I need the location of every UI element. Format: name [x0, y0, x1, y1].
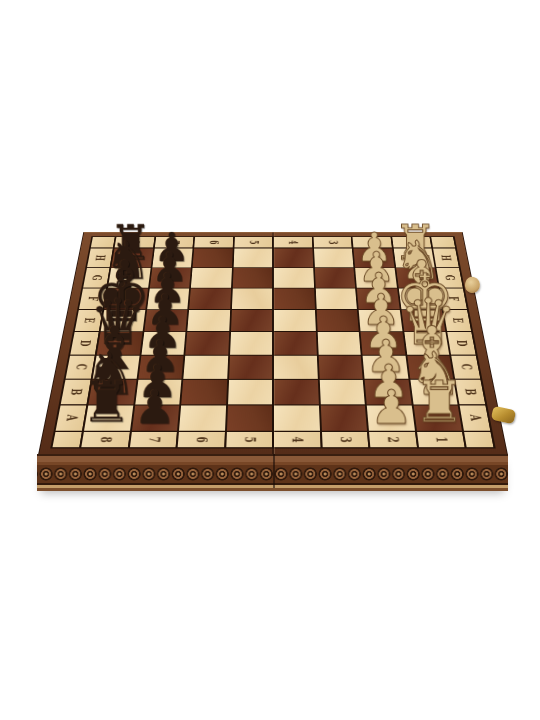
square-c8: ♝	[93, 355, 139, 378]
square-d3	[317, 332, 360, 354]
coord-label-left-d: D	[77, 340, 92, 346]
white-pawn-a2: ♟	[371, 383, 413, 430]
square-h1: ♜	[393, 248, 434, 267]
coord-cell-top-3: 3	[313, 237, 352, 248]
coord-cell-right-f: F	[440, 288, 467, 308]
square-e7: ♟	[144, 310, 187, 331]
square-g4	[274, 268, 314, 288]
coord-cell-bottom-1: 1	[417, 432, 465, 447]
square-b2: ♟	[365, 380, 412, 404]
square-c1: ♝	[407, 355, 453, 378]
coord-label-right-h: H	[439, 255, 452, 261]
coord-label-top-5: 5	[247, 240, 259, 244]
board-fold-seam	[272, 232, 274, 454]
coord-label-top-4: 4	[287, 240, 299, 244]
coord-label-right-e: E	[450, 318, 464, 323]
square-h7: ♟	[152, 248, 193, 267]
coord-label-bottom-1: 1	[433, 437, 449, 443]
square-a5	[226, 405, 272, 431]
coord-label-top-6: 6	[207, 240, 219, 244]
square-f1: ♝	[398, 288, 441, 308]
chess-board: 87654321 HGFEDCBA ♜♟♟♜♞♟♟♞♝♟♟♝♚♟♟♚♛♟♟♛♝♟…	[38, 232, 508, 455]
coord-cell-right-h: H	[433, 248, 459, 267]
square-h2: ♟	[353, 248, 394, 267]
square-d8: ♛	[97, 332, 142, 354]
coord-cell-left-g: G	[83, 268, 109, 288]
square-g7: ♟	[149, 268, 190, 288]
coord-label-left-b: B	[68, 388, 83, 395]
square-b6	[181, 380, 226, 404]
black-pawn-a7: ♟	[133, 383, 175, 430]
square-b3	[319, 380, 364, 404]
square-a8: ♜	[84, 405, 133, 431]
coord-cell-bottom-2: 2	[369, 432, 417, 447]
square-c7: ♟	[138, 355, 183, 378]
coord-cell-right-d: D	[447, 332, 475, 354]
coord-cell-bottom-8: 8	[81, 432, 129, 447]
square-a3	[320, 405, 367, 431]
square-a2: ♟	[367, 405, 415, 431]
corner-bottom-left	[52, 432, 81, 447]
coord-cell-right-b: B	[455, 380, 485, 404]
square-e4	[274, 310, 316, 331]
coord-label-bottom-2: 2	[385, 437, 400, 443]
coord-label-right-d: D	[454, 340, 469, 346]
square-c2: ♟	[363, 355, 408, 378]
coord-cell-right-e: E	[443, 310, 471, 331]
coord-cell-right-g: G	[436, 268, 462, 288]
coord-label-right-b: B	[462, 388, 477, 395]
coord-label-top-3: 3	[326, 240, 338, 244]
coord-cell-left-e: E	[75, 310, 103, 331]
square-g5	[232, 268, 272, 288]
square-e8: ♚	[101, 310, 145, 331]
coord-cell-left-a: A	[56, 405, 87, 431]
square-h5	[233, 248, 272, 267]
square-f8: ♝	[104, 288, 147, 308]
coord-cell-right-a: A	[460, 405, 491, 431]
coord-label-bottom-7: 7	[146, 437, 161, 443]
corner-top-left	[91, 237, 115, 248]
coord-label-top-1: 1	[405, 240, 418, 244]
coord-cell-top-5: 5	[234, 237, 272, 248]
coord-cell-bottom-7: 7	[129, 432, 177, 447]
square-a1: ♜	[413, 405, 462, 431]
square-f2: ♟	[357, 288, 399, 308]
square-d4	[274, 332, 316, 354]
coord-label-bottom-3: 3	[337, 437, 352, 443]
coord-cell-top-1: 1	[392, 237, 431, 248]
square-a4	[274, 405, 320, 431]
coord-cell-top-7: 7	[154, 237, 193, 248]
corner-bottom-right	[464, 432, 493, 447]
coord-label-bottom-6: 6	[194, 437, 209, 443]
square-c3	[318, 355, 362, 378]
square-f4	[274, 288, 315, 308]
square-d2: ♟	[361, 332, 405, 354]
coord-label-right-a: A	[467, 415, 483, 421]
square-b7: ♟	[135, 380, 182, 404]
coord-label-right-c: C	[458, 364, 473, 370]
square-h4	[274, 248, 313, 267]
square-b4	[274, 380, 318, 404]
coord-cell-left-h: H	[87, 248, 113, 267]
coord-label-left-c: C	[73, 364, 88, 370]
square-h8: ♜	[111, 248, 152, 267]
square-h3	[314, 248, 354, 267]
square-e5	[231, 310, 273, 331]
square-g6	[191, 268, 232, 288]
square-e2: ♟	[359, 310, 402, 331]
square-b5	[228, 380, 272, 404]
coord-cell-left-f: F	[79, 288, 106, 308]
coord-cell-top-2: 2	[353, 237, 392, 248]
square-d7: ♟	[141, 332, 185, 354]
coord-label-top-8: 8	[128, 240, 141, 244]
square-a7: ♟	[132, 405, 180, 431]
coord-label-right-g: G	[443, 275, 457, 280]
chess-set-photo: 87654321 HGFEDCBA ♜♟♟♜♞♟♟♞♝♟♟♝♚♟♟♚♛♟♟♛♝♟…	[0, 0, 540, 720]
coord-label-top-7: 7	[168, 240, 181, 244]
square-g1: ♞	[396, 268, 438, 288]
square-e1: ♚	[401, 310, 445, 331]
square-f3	[315, 288, 356, 308]
carved-front-edge	[37, 454, 508, 491]
square-e6	[187, 310, 229, 331]
coord-label-bottom-5: 5	[242, 437, 257, 443]
coord-cell-left-b: B	[61, 380, 91, 404]
coord-cell-right-c: C	[451, 355, 480, 378]
square-e3	[316, 310, 358, 331]
corner-top-right	[431, 237, 455, 248]
square-g3	[314, 268, 355, 288]
square-g8: ♞	[108, 268, 150, 288]
coord-cell-left-c: C	[66, 355, 95, 378]
square-c6	[183, 355, 227, 378]
coord-label-bottom-8: 8	[98, 437, 114, 443]
coord-cell-top-8: 8	[115, 237, 154, 248]
coord-cell-bottom-5: 5	[226, 432, 272, 447]
square-b1: ♞	[410, 380, 458, 404]
coord-cell-bottom-3: 3	[322, 432, 369, 447]
coord-label-bottom-4: 4	[289, 437, 304, 443]
coord-label-left-h: H	[93, 255, 106, 261]
square-c4	[274, 355, 317, 378]
coord-cell-bottom-6: 6	[178, 432, 225, 447]
square-b8: ♞	[88, 380, 136, 404]
coord-label-top-2: 2	[366, 240, 379, 244]
square-f5	[232, 288, 273, 308]
square-f6	[189, 288, 230, 308]
square-c5	[229, 355, 272, 378]
board-face: 87654321 HGFEDCBA ♜♟♟♜♞♟♟♞♝♟♟♝♚♟♟♚♛♟♟♛♝♟…	[38, 232, 508, 455]
square-g2: ♟	[355, 268, 396, 288]
coord-cell-bottom-4: 4	[274, 432, 320, 447]
coord-label-left-a: A	[63, 415, 79, 421]
coord-label-left-g: G	[90, 275, 104, 280]
square-h6	[193, 248, 233, 267]
coord-label-left-e: E	[82, 318, 96, 323]
square-d5	[230, 332, 272, 354]
coord-label-right-f: F	[446, 296, 460, 301]
square-f7: ♟	[147, 288, 189, 308]
coord-cell-top-4: 4	[274, 237, 312, 248]
coord-label-left-f: F	[86, 296, 100, 301]
square-d6	[185, 332, 228, 354]
square-a6	[179, 405, 226, 431]
coord-cell-top-6: 6	[194, 237, 233, 248]
square-d1: ♛	[404, 332, 449, 354]
coord-cell-left-d: D	[70, 332, 98, 354]
